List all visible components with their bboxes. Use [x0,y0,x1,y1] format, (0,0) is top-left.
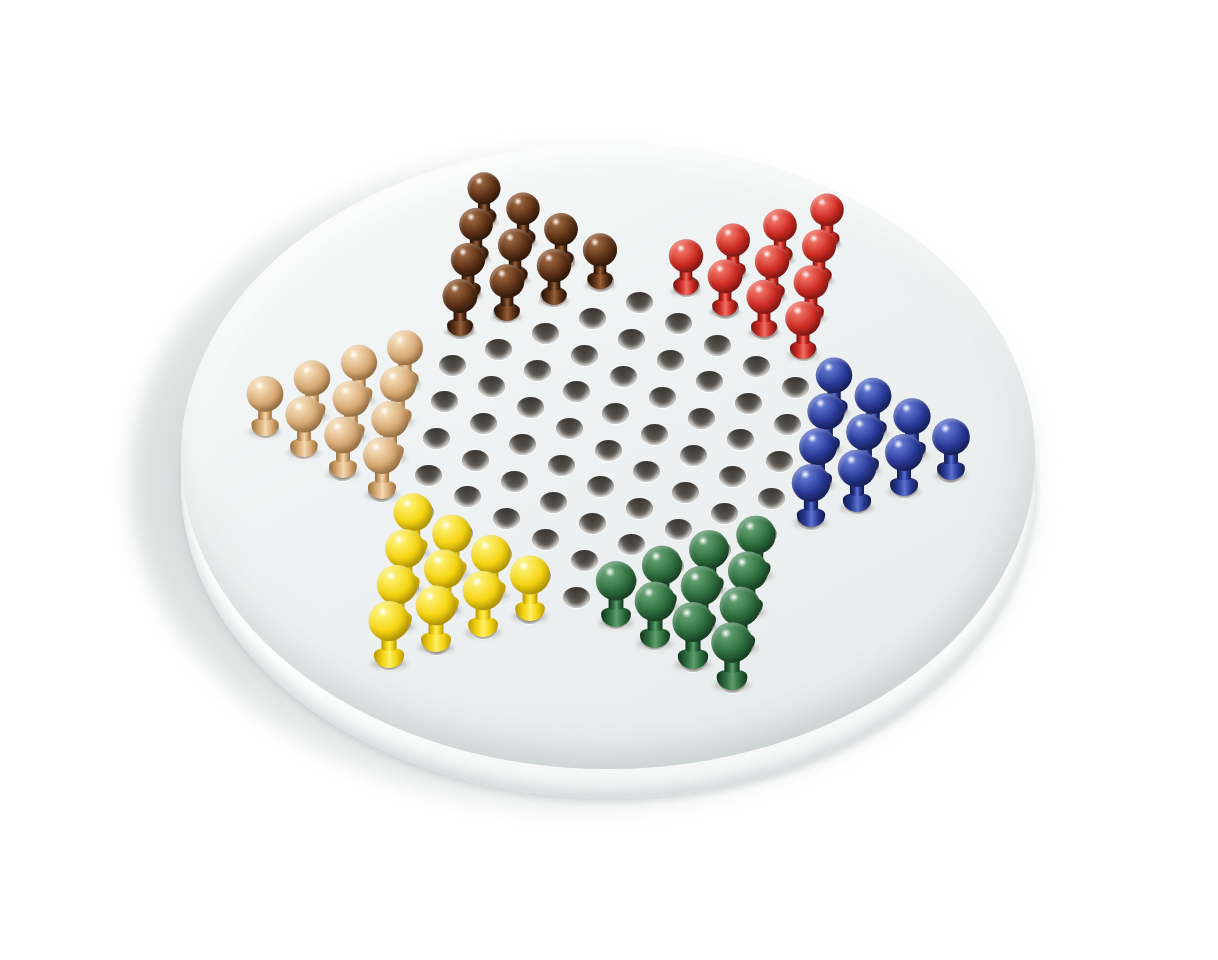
peg-ball-head [324,417,362,454]
hole[interactable] [517,397,544,418]
peg-natural[interactable] [321,417,365,478]
hole[interactable] [735,393,762,414]
peg-ball-head [443,279,478,313]
peg-blue[interactable] [929,419,973,480]
peg-ball-head [583,234,617,267]
hole[interactable] [478,376,505,397]
hole[interactable] [548,455,575,476]
peg-ball-head [285,396,322,432]
hole[interactable] [665,313,692,334]
peg-ball-head [755,244,789,277]
peg-yellow[interactable] [507,555,554,621]
hole[interactable] [462,450,489,471]
peg-ball-head [536,249,570,283]
peg-natural[interactable] [282,396,325,457]
peg-brown[interactable] [534,249,574,305]
peg-ball-head [379,366,416,402]
peg-ball-head [489,264,524,298]
peg-ball-head [716,224,750,257]
peg-ball-head [595,561,635,600]
hole[interactable] [704,335,731,356]
peg-brown[interactable] [440,279,481,336]
peg-ball-head [855,378,892,414]
peg-ball-head [728,551,768,590]
hole[interactable] [571,345,598,366]
hole[interactable] [758,488,785,509]
peg-ball-head [816,357,852,393]
peg-ball-head [385,529,425,568]
peg-blue[interactable] [835,449,879,511]
peg-ball-head [791,464,829,501]
hole[interactable] [610,366,637,387]
hole[interactable] [579,308,606,329]
hole[interactable] [649,387,676,408]
hole[interactable] [595,440,622,461]
hole[interactable] [532,529,559,550]
hole[interactable] [501,471,528,492]
peg-ball-head [932,419,970,456]
peg-ball-head [712,623,753,663]
peg-ball-head [846,413,884,450]
peg-ball-head [747,280,782,314]
hole[interactable] [579,513,606,534]
peg-ball-head [363,437,401,474]
peg-ball-head [800,429,838,466]
peg-yellow[interactable] [366,601,414,668]
peg-yellow[interactable] [413,586,460,653]
peg-natural[interactable] [360,437,404,499]
hole[interactable] [626,292,653,313]
hole[interactable] [556,418,583,439]
peg-ball-head [885,434,923,471]
hole[interactable] [602,403,629,424]
peg-ball-head [432,514,471,552]
peg-ball-head [369,601,410,641]
peg-blue[interactable] [882,434,926,496]
hole[interactable] [470,413,497,434]
peg-ball-head [463,571,504,610]
peg-ball-head [669,239,703,272]
peg-ball-head [451,243,485,276]
peg-ball-head [467,172,500,204]
peg-ball-head [510,555,550,594]
peg-ball-head [838,449,876,486]
hole[interactable] [626,498,653,519]
hole[interactable] [743,356,770,377]
hole[interactable] [641,424,668,445]
peg-ball-head [689,531,729,570]
peg-ball-head [371,402,408,438]
peg-ball-head [424,550,464,589]
peg-ball-head [387,330,423,365]
hole[interactable] [618,329,645,350]
peg-ball-head [708,260,743,294]
hole[interactable] [439,355,466,376]
peg-ball-head [506,192,539,224]
peg-ball-head [785,301,820,335]
peg-ball-head [459,208,493,241]
peg-ball-head [393,494,432,532]
peg-ball-head [642,546,682,585]
peg-red[interactable] [783,301,824,359]
hole[interactable] [657,350,684,371]
peg-green[interactable] [708,623,756,691]
photo-background [0,0,1218,960]
peg-yellow[interactable] [460,571,507,637]
peg-ball-head [810,194,843,227]
peg-ball-head [247,376,284,412]
peg-red[interactable] [666,239,706,295]
hole[interactable] [540,492,567,513]
hole[interactable] [587,476,614,497]
peg-ball-head [763,209,797,242]
hole[interactable] [509,434,536,455]
peg-ball-head [808,393,845,429]
peg-ball-head [340,345,376,380]
peg-ball-head [498,228,532,261]
peg-ball-head [471,535,511,574]
peg-brown[interactable] [487,264,527,321]
hole[interactable] [493,508,520,529]
peg-ball-head [294,360,331,396]
peg-ball-head [793,265,828,299]
peg-ball-head [893,398,930,434]
peg-blue[interactable] [788,464,833,527]
hole[interactable] [633,461,660,482]
peg-ball-head [416,586,457,626]
peg-ball-head [736,515,775,553]
peg-ball-head [545,213,579,246]
peg-ball-head [332,381,369,417]
peg-ball-head [802,229,836,262]
peg-red[interactable] [744,280,785,337]
peg-natural[interactable] [244,376,287,436]
peg-red[interactable] [705,260,745,317]
hole[interactable] [563,587,590,608]
peg-ball-head [720,587,761,627]
peg-brown[interactable] [581,234,621,290]
